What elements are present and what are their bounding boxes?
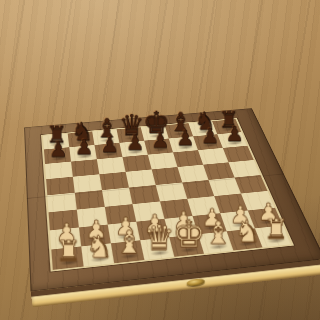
black-pawn-glyph: ♟	[120, 133, 148, 154]
brass-clasp-icon	[187, 278, 205, 287]
white-rook-glyph: ♜	[259, 215, 292, 242]
white-bishop-glyph: ♝	[112, 227, 146, 258]
white-king-glyph: ♚	[172, 215, 205, 252]
black-pawn-glyph: ♟	[146, 130, 174, 151]
white-queen-glyph: ♛	[142, 220, 176, 255]
black-pawn-glyph: ♟	[171, 128, 199, 149]
white-knight-glyph: ♞	[82, 231, 116, 261]
black-pawn-glyph: ♟	[43, 139, 72, 160]
black-pawn-glyph: ♟	[95, 135, 123, 156]
white-knight-glyph: ♞	[230, 216, 263, 246]
white-rook-glyph: ♜	[51, 236, 85, 264]
black-pawn-glyph: ♟	[196, 126, 224, 147]
black-pawn-glyph: ♟	[220, 124, 248, 144]
white-bishop-glyph: ♝	[201, 218, 234, 249]
photo-scene: ♜♞♝♛♚♝♞♜♟♟♟♟♟♟♟♟♟♟♟♟♟♟♟♟♜♞♝♛♚♝♞♜	[0, 0, 320, 320]
black-pawn-glyph: ♟	[69, 137, 98, 158]
